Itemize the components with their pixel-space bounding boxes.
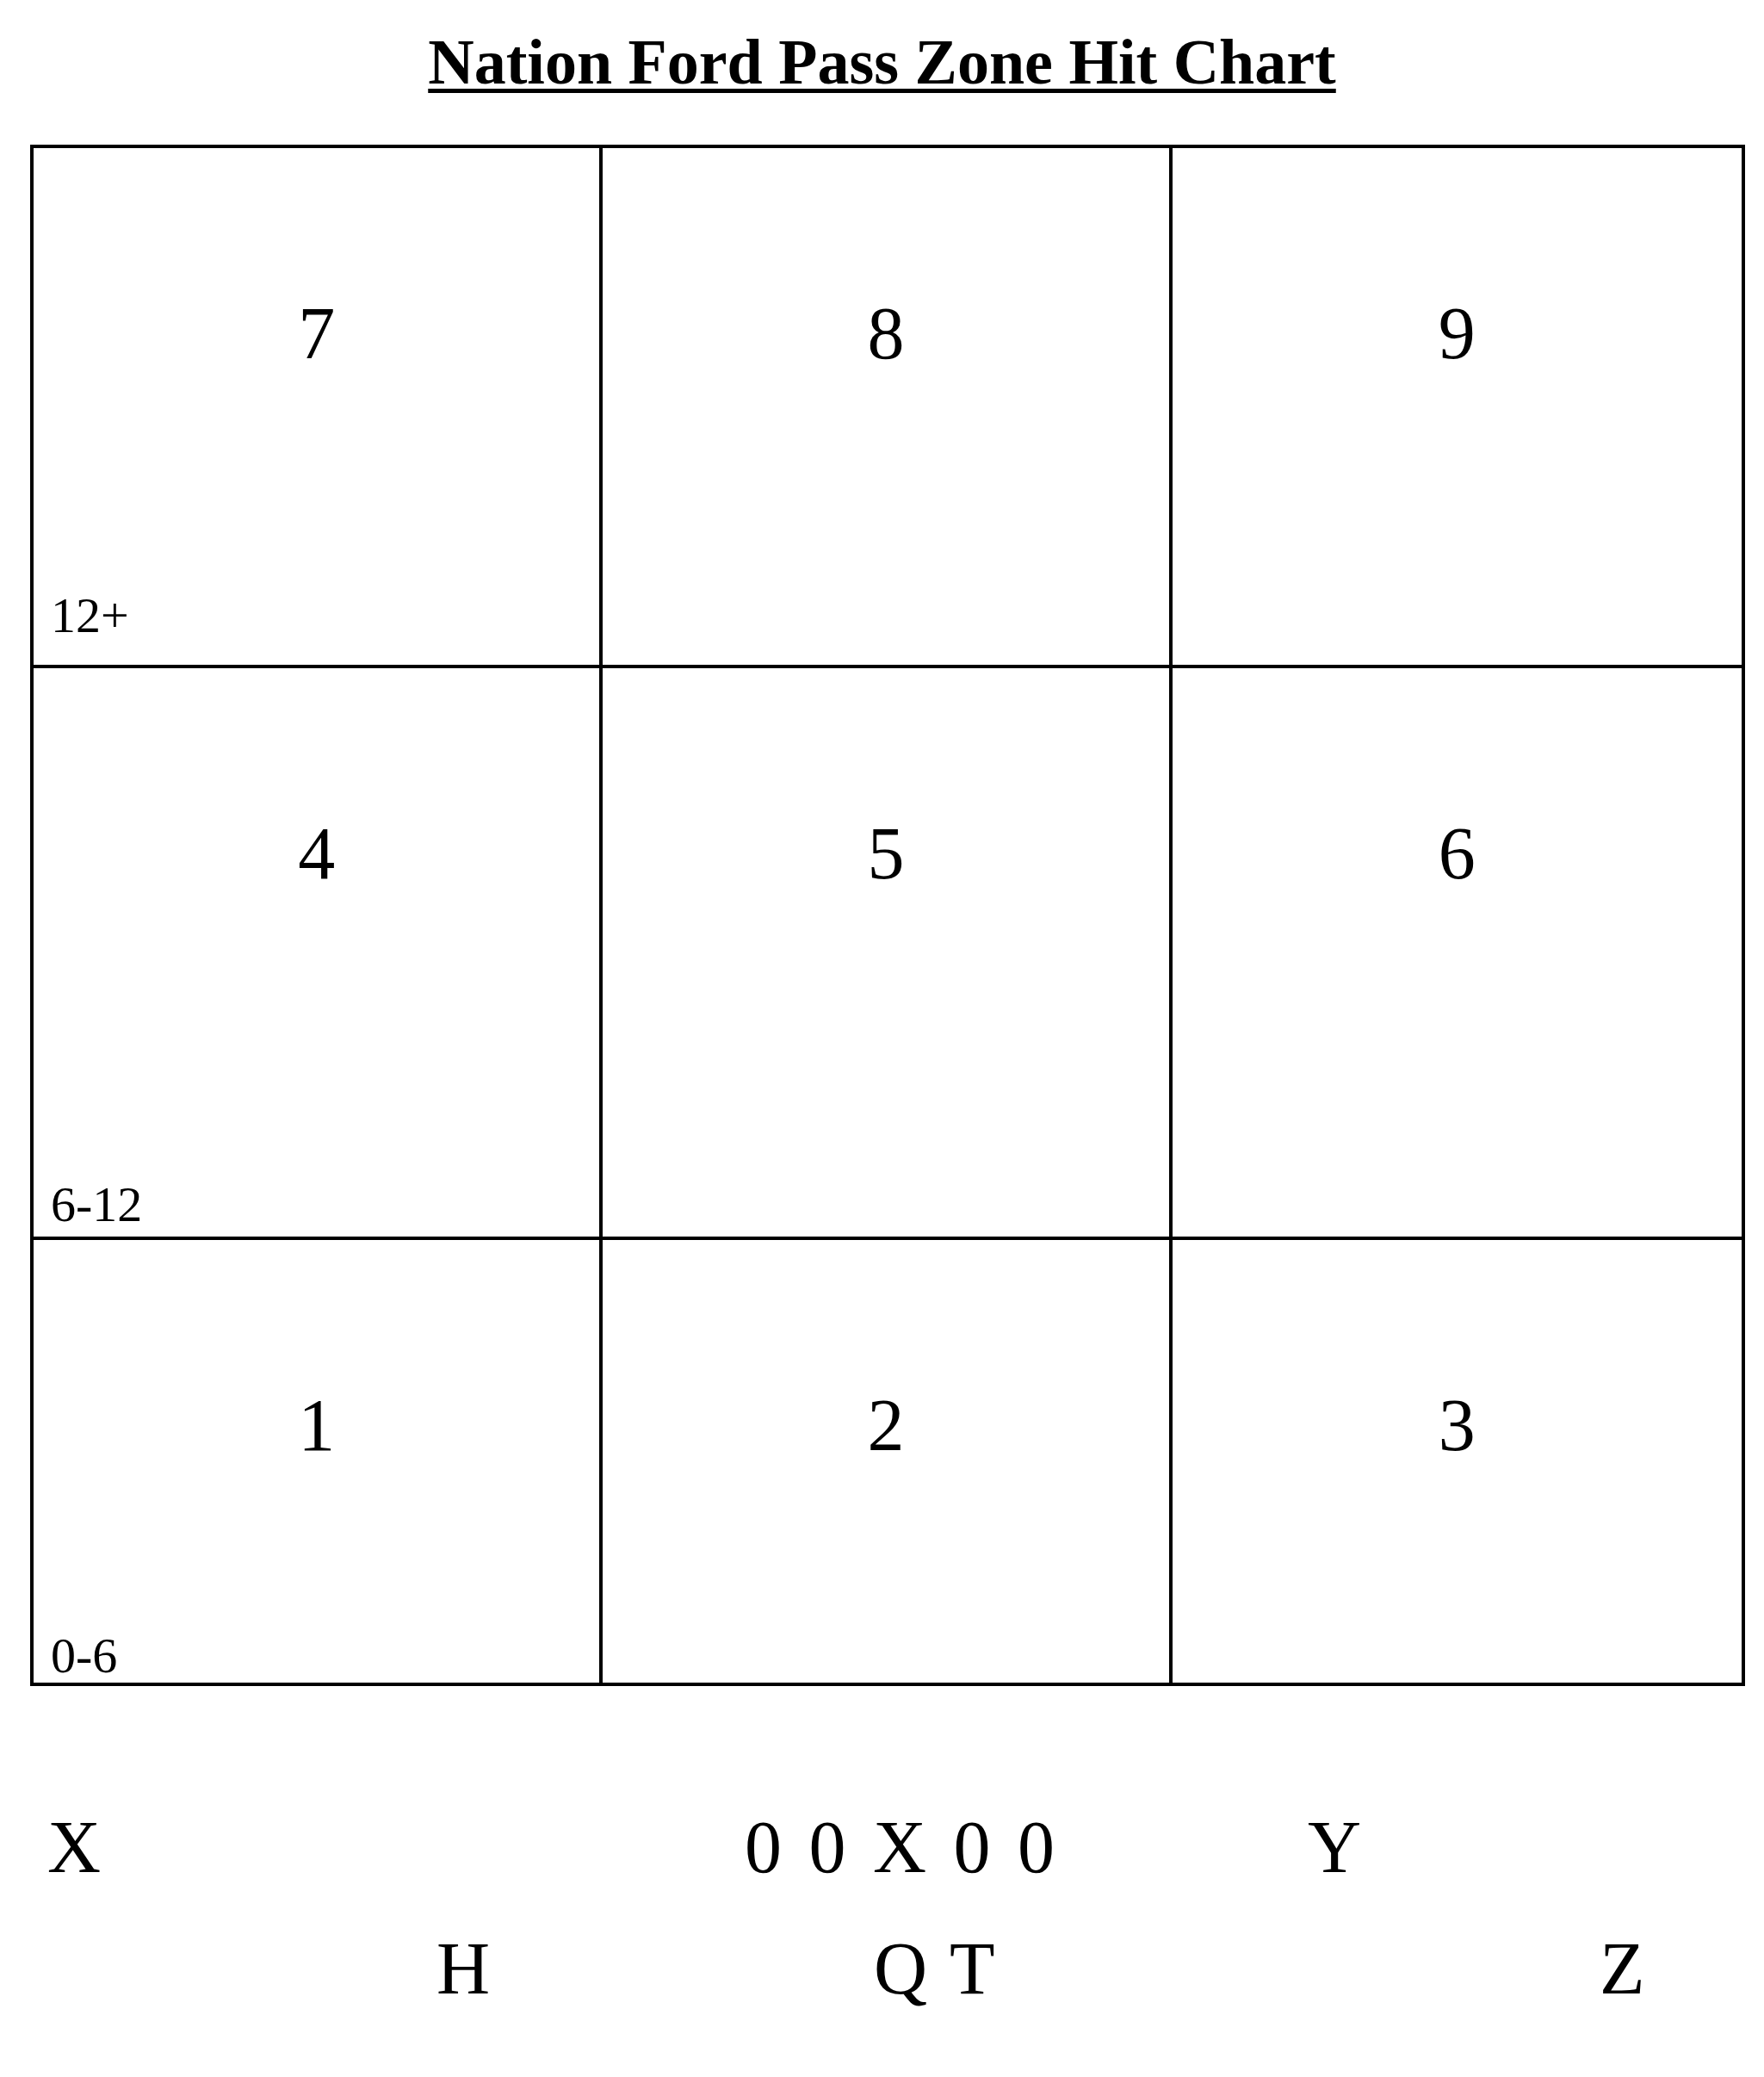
zone-number: 7 <box>34 296 599 370</box>
zone-grid: 7 12+ 8 9 4 6-12 5 6 1 0-6 2 3 <box>30 145 1745 1686</box>
zone-cell-6: 6 <box>1173 668 1742 1240</box>
zone-number: 8 <box>603 296 1168 370</box>
zone-cell-4: 4 6-12 <box>34 668 603 1240</box>
tight-end-y-label: Y <box>1308 1810 1361 1884</box>
zone-number: 4 <box>34 816 599 890</box>
range-label-12plus: 12+ <box>51 591 129 641</box>
zone-cell-2: 2 <box>603 1240 1172 1683</box>
h-back-label: H <box>436 1931 490 2006</box>
zone-number: 5 <box>603 816 1168 890</box>
zone-cell-1: 1 0-6 <box>34 1240 603 1683</box>
zone-number: 1 <box>34 1388 599 1462</box>
zone-cell-7: 7 12+ <box>34 148 603 668</box>
quarterback-tailback-label: Q T <box>874 1931 995 2006</box>
zone-cell-9: 9 <box>1173 148 1742 668</box>
split-end-x-label: X <box>47 1810 101 1884</box>
zone-number: 3 <box>1173 1388 1742 1462</box>
range-label-0-6: 0-6 <box>51 1631 117 1681</box>
range-label-6-12: 6-12 <box>51 1180 142 1230</box>
offensive-line-label: 0 0 X 0 0 <box>745 1810 1055 1884</box>
zone-number: 2 <box>603 1388 1168 1462</box>
pass-zone-hit-chart-page: { "game": "football-pass-zone-hit-chart"… <box>0 0 1764 2077</box>
zone-cell-8: 8 <box>603 148 1172 668</box>
zone-cell-3: 3 <box>1173 1240 1742 1683</box>
zone-number: 9 <box>1173 296 1742 370</box>
page-title: Nation Ford Pass Zone Hit Chart <box>0 26 1764 99</box>
z-receiver-label: Z <box>1600 1931 1645 2006</box>
zone-number: 6 <box>1173 816 1742 890</box>
zone-cell-5: 5 <box>603 668 1172 1240</box>
